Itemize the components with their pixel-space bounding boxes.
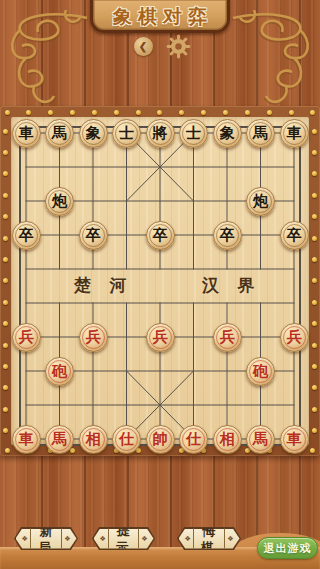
back-button[interactable]: ❮ [134,37,153,56]
frame-stud [3,257,8,262]
title-plaque: 象棋对弈 [90,0,230,33]
piece-red[interactable]: 兵 [79,323,108,352]
ornament-icon: ❖ [227,535,233,542]
frame-stud [312,193,317,198]
chevron-left-icon: ❮ [139,42,147,52]
frame-stud [3,150,8,155]
piece-black[interactable]: 炮 [45,187,74,216]
piece-red[interactable]: 車 [280,425,309,454]
piece-black[interactable]: 將 [146,119,175,148]
ornament-icon: ❖ [185,535,191,542]
frame-stud [70,110,75,115]
piece-black[interactable]: 馬 [246,119,275,148]
ornament-icon: ❖ [64,535,70,542]
frame-stud [5,110,10,115]
frame-stud [223,110,228,115]
piece-red[interactable]: 相 [213,425,242,454]
frame-stud [3,129,8,134]
frame-stud [310,110,315,115]
river-label-han: 汉 界 [180,276,276,296]
xiangqi-app: 象棋对弈 ❮ [0,0,320,569]
piece-red[interactable]: 仕 [179,425,208,454]
frame-stud [48,110,53,115]
piece-black[interactable]: 士 [179,119,208,148]
piece-black[interactable]: 車 [12,119,41,148]
frame-stud [3,343,8,348]
ornament-icon: ❖ [100,535,106,542]
frame-stud [312,407,317,412]
piece-black[interactable]: 卒 [146,221,175,250]
frame-stud [3,236,8,241]
piece-red[interactable]: 相 [79,425,108,454]
piece-red[interactable]: 砲 [45,357,74,386]
piece-red[interactable]: 兵 [12,323,41,352]
frame-stud [312,257,317,262]
piece-red[interactable]: 兵 [146,323,175,352]
piece-red[interactable]: 車 [12,425,41,454]
frame-stud [179,110,184,115]
piece-red[interactable]: 仕 [112,425,141,454]
piece-red[interactable]: 馬 [45,425,74,454]
piece-black[interactable]: 象 [79,119,108,148]
piece-black[interactable]: 卒 [79,221,108,250]
frame-stud [92,110,97,115]
piece-black[interactable]: 炮 [246,187,275,216]
frame-stud [3,364,8,369]
piece-black[interactable]: 馬 [45,119,74,148]
piece-red[interactable]: 兵 [213,323,242,352]
ornament-icon: ❖ [22,535,28,542]
flourish-ornament-right [232,10,316,114]
frame-stud [289,110,294,115]
piece-black[interactable]: 車 [280,119,309,148]
piece-black[interactable]: 卒 [280,221,309,250]
exit-game-button[interactable]: 退出游戏 [257,537,318,559]
frame-stud [312,300,317,305]
frame-stud [312,364,317,369]
undo-button[interactable]: ❖ 悔棋 ❖ [177,527,241,550]
page-title: 象棋对弈 [107,3,213,26]
frame-stud [3,407,8,412]
frame-stud [312,150,317,155]
frame-stud [312,236,317,241]
frame-stud [267,110,272,115]
frame-stud [245,110,250,115]
flourish-ornament-left [4,10,88,114]
frame-stud [3,300,8,305]
hint-button[interactable]: ❖ 提示 ❖ [92,527,155,550]
river-label-chu: 楚 河 [52,276,148,296]
frame-stud [312,129,317,134]
frame-stud [5,448,10,453]
frame-stud [312,343,317,348]
frame-stud [310,448,315,453]
piece-black[interactable]: 士 [112,119,141,148]
exit-game-label: 退出游戏 [264,543,312,554]
frame-stud [3,193,8,198]
gear-icon [166,34,191,59]
piece-black[interactable]: 象 [213,119,242,148]
new-game-button[interactable]: ❖ 新局 ❖ [14,527,78,550]
piece-black[interactable]: 卒 [213,221,242,250]
frame-stud [26,110,31,115]
piece-red[interactable]: 砲 [246,357,275,386]
piece-red[interactable]: 馬 [246,425,275,454]
piece-red[interactable]: 帥 [146,425,175,454]
settings-button[interactable] [166,34,191,59]
ornament-icon: ❖ [141,535,147,542]
piece-red[interactable]: 兵 [280,323,309,352]
frame-stud [114,110,119,115]
frame-stud [136,110,141,115]
frame-stud [201,110,206,115]
piece-black[interactable]: 卒 [12,221,41,250]
